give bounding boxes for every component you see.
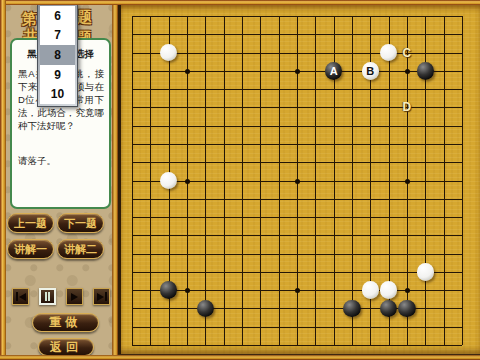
move-option-label-C[interactable]: C [398,46,416,60]
board-gridline [132,217,462,218]
sidebar: 第 题 共 题 黑先下法的选择 黑A夹时白B跳，接下来黑在C位顶与在D位小飞都是… [0,0,118,360]
play-icon [71,293,78,301]
board-gridline [132,254,462,255]
black-stone-A: A [325,62,343,80]
board-gridline [462,16,463,345]
star-point [405,288,410,293]
star-point [185,288,190,293]
white-stone [417,263,435,281]
pause-button[interactable] [39,288,56,305]
window-frame [0,355,480,360]
board-grid: ABCD [121,5,480,354]
prev-question-button[interactable]: 上一题 [7,213,54,233]
board-gridline [132,272,462,273]
board-gridline [315,16,316,345]
board-gridline [352,16,353,345]
question-number-dropdown[interactable]: 678910 [37,3,78,107]
star-point [185,69,190,74]
redo-button[interactable]: 重做 [32,313,99,332]
window-frame [0,0,6,360]
board-gridline [132,345,462,346]
skip-to-start-icon [16,292,18,301]
window-frame [112,0,118,360]
star-point [295,179,300,184]
star-point [405,69,410,74]
star-point [295,69,300,74]
white-stone-B: B [362,62,380,80]
dropdown-item-10[interactable]: 10 [40,84,75,104]
dropdown-item-7[interactable]: 7 [40,26,75,46]
question-number-suffix: 题 [77,8,92,27]
white-stone [362,281,380,299]
board-gridline [132,199,462,200]
move-prompt: 请落子。 [18,155,56,168]
black-stone [343,300,361,318]
black-stone [417,62,435,80]
white-stone [160,172,178,190]
black-stone [380,300,398,318]
pause-icon [48,292,50,301]
go-to-start-button[interactable] [12,288,29,305]
black-stone [160,281,178,299]
go-trainer-window: 第 题 共 题 黑先下法的选择 黑A夹时白B跳，接下来黑在C位顶与在D位小飞都是… [0,0,480,360]
skip-to-end-icon [105,292,107,301]
explanation-one-button[interactable]: 讲解一 [7,239,54,259]
star-point [405,179,410,184]
explanation-two-button[interactable]: 讲解二 [57,239,104,259]
board-gridline [132,235,462,236]
go-board[interactable]: ABCD [118,5,480,354]
white-stone [160,44,178,62]
black-stone [197,300,215,318]
go-to-end-button[interactable] [93,288,110,305]
skip-to-end-icon [97,293,104,301]
window-frame [0,0,480,5]
move-option-label-D[interactable]: D [398,100,416,114]
pause-icon [45,292,47,301]
play-button[interactable] [66,288,83,305]
back-button[interactable]: 返回 [38,338,94,356]
star-point [295,288,300,293]
white-stone [380,281,398,299]
star-point [185,179,190,184]
dropdown-item-9[interactable]: 9 [40,65,75,85]
dropdown-item-6[interactable]: 6 [40,6,75,26]
dropdown-list: 678910 [40,6,75,104]
board-gridline [132,327,462,328]
skip-to-start-icon [19,293,26,301]
black-stone [398,300,416,318]
white-stone [380,44,398,62]
board-gridline [444,16,445,345]
next-question-button[interactable]: 下一题 [57,213,104,233]
dropdown-item-8[interactable]: 8 [40,45,75,65]
